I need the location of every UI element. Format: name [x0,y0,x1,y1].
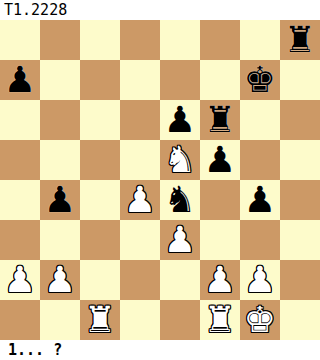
piece-white-pawn[interactable]: ♟ [244,260,276,300]
square-g6[interactable] [240,100,280,140]
square-h8[interactable]: ♜ [280,20,320,60]
square-e5[interactable]: ♞ [160,140,200,180]
piece-black-king[interactable]: ♚ [244,60,276,100]
square-c4[interactable] [80,180,120,220]
square-c6[interactable] [80,100,120,140]
square-b1[interactable] [40,300,80,340]
square-f1[interactable]: ♜ [200,300,240,340]
square-h4[interactable] [280,180,320,220]
square-d1[interactable] [120,300,160,340]
square-c7[interactable] [80,60,120,100]
piece-white-pawn[interactable]: ♟ [4,260,36,300]
chess-board: ♜♟♚♟♜♞♟♟♟♞♟♟♟♟♟♟♜♜♚ [0,20,320,340]
square-f6[interactable]: ♜ [200,100,240,140]
square-h7[interactable] [280,60,320,100]
square-a2[interactable]: ♟ [0,260,40,300]
square-b5[interactable] [40,140,80,180]
square-b7[interactable] [40,60,80,100]
square-g4[interactable]: ♟ [240,180,280,220]
square-b4[interactable]: ♟ [40,180,80,220]
square-d4[interactable]: ♟ [120,180,160,220]
square-h1[interactable] [280,300,320,340]
square-b3[interactable] [40,220,80,260]
square-e7[interactable] [160,60,200,100]
piece-white-rook[interactable]: ♜ [84,300,116,340]
move-prompt: 1... ? [0,340,320,360]
piece-black-knight[interactable]: ♞ [164,180,196,220]
square-g7[interactable]: ♚ [240,60,280,100]
piece-white-pawn[interactable]: ♟ [124,180,156,220]
square-a8[interactable] [0,20,40,60]
square-a3[interactable] [0,220,40,260]
square-b8[interactable] [40,20,80,60]
square-e8[interactable] [160,20,200,60]
square-h5[interactable] [280,140,320,180]
square-f7[interactable] [200,60,240,100]
square-a4[interactable] [0,180,40,220]
square-c1[interactable]: ♜ [80,300,120,340]
square-e6[interactable]: ♟ [160,100,200,140]
piece-white-rook[interactable]: ♜ [204,300,236,340]
square-f3[interactable] [200,220,240,260]
piece-white-pawn[interactable]: ♟ [44,260,76,300]
square-a7[interactable]: ♟ [0,60,40,100]
piece-black-pawn[interactable]: ♟ [44,180,76,220]
piece-black-rook[interactable]: ♜ [284,20,316,60]
square-a1[interactable] [0,300,40,340]
piece-black-pawn[interactable]: ♟ [204,140,236,180]
square-a6[interactable] [0,100,40,140]
square-c2[interactable] [80,260,120,300]
piece-black-pawn[interactable]: ♟ [164,100,196,140]
square-e3[interactable]: ♟ [160,220,200,260]
square-d2[interactable] [120,260,160,300]
square-g8[interactable] [240,20,280,60]
square-g2[interactable]: ♟ [240,260,280,300]
piece-white-knight[interactable]: ♞ [164,140,196,180]
square-d6[interactable] [120,100,160,140]
square-e2[interactable] [160,260,200,300]
piece-black-rook[interactable]: ♜ [204,100,236,140]
square-a5[interactable] [0,140,40,180]
square-d7[interactable] [120,60,160,100]
square-e4[interactable]: ♞ [160,180,200,220]
square-f4[interactable] [200,180,240,220]
square-g5[interactable] [240,140,280,180]
square-e1[interactable] [160,300,200,340]
square-g1[interactable]: ♚ [240,300,280,340]
square-d3[interactable] [120,220,160,260]
chess-puzzle-window: T1.2228 ♜♟♚♟♜♞♟♟♟♞♟♟♟♟♟♟♜♜♚ 1... ? [0,0,320,360]
square-b2[interactable]: ♟ [40,260,80,300]
puzzle-title: T1.2228 [0,0,320,20]
square-f8[interactable] [200,20,240,60]
square-g3[interactable] [240,220,280,260]
square-h2[interactable] [280,260,320,300]
piece-black-pawn[interactable]: ♟ [244,180,276,220]
piece-white-pawn[interactable]: ♟ [164,220,196,260]
square-c8[interactable] [80,20,120,60]
piece-white-pawn[interactable]: ♟ [204,260,236,300]
square-b6[interactable] [40,100,80,140]
square-h3[interactable] [280,220,320,260]
piece-white-king[interactable]: ♚ [244,300,276,340]
square-c5[interactable] [80,140,120,180]
square-f5[interactable]: ♟ [200,140,240,180]
square-c3[interactable] [80,220,120,260]
square-h6[interactable] [280,100,320,140]
piece-black-pawn[interactable]: ♟ [4,60,36,100]
square-d8[interactable] [120,20,160,60]
square-d5[interactable] [120,140,160,180]
square-f2[interactable]: ♟ [200,260,240,300]
